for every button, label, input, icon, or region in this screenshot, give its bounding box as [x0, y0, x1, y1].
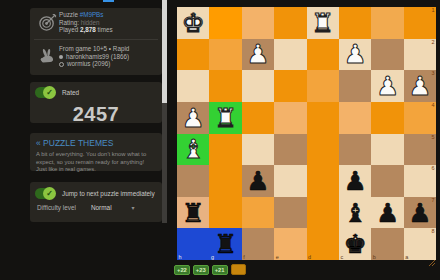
rank-coordinate: 1	[432, 7, 435, 13]
square-h8[interactable]: h	[177, 228, 209, 260]
themes-title: PUZZLE THEMES	[43, 138, 113, 148]
square-h1[interactable]: ♚	[177, 7, 209, 39]
source-game-row: From game 10+5 • Rapid haronkhamis99 (18…	[30, 42, 162, 71]
file-coordinate: a	[405, 254, 408, 260]
square-e4[interactable]	[274, 102, 306, 134]
jump-next-toggle[interactable]: ✓	[35, 188, 55, 199]
difficulty-label: Difficulty level	[37, 204, 76, 211]
chess-board: ♚♜1♟♟2♟♟3♟♜4♝5♟♟6♜♝♟♟7h♜gfed♚cb8a	[177, 7, 436, 260]
square-b1[interactable]	[371, 7, 403, 39]
themes-panel: « PUZZLE THEMES A bit of everything. You…	[30, 133, 162, 171]
puzzle-id-line: Puzzle #M9PBs	[59, 11, 113, 19]
rank-coordinate: 2	[432, 39, 435, 45]
session-result-chip[interactable]: +21	[212, 265, 228, 275]
rated-toggle[interactable]: ✓	[35, 87, 55, 98]
rated-toggle-knob: ✓	[43, 86, 56, 99]
piece-white-bishop: ♝	[177, 134, 209, 166]
square-h2[interactable]	[177, 39, 209, 71]
puzzle-label: Puzzle	[59, 11, 78, 18]
white-player-name: haronkhamis99 (1866)	[66, 53, 129, 60]
square-d5[interactable]	[307, 134, 339, 166]
player-white-line[interactable]: haronkhamis99 (1866)	[59, 53, 129, 61]
player-black-line[interactable]: wormius (2096)	[59, 60, 129, 68]
file-coordinate: g	[211, 254, 214, 260]
piece-black-pawn: ♟	[242, 165, 274, 197]
file-coordinate: h	[179, 254, 182, 260]
piece-white-king: ♚	[177, 7, 209, 39]
puzzle-session-bar: +22+23+21	[174, 264, 246, 275]
square-g8[interactable]: ♜g	[209, 228, 241, 260]
rating-label: Rating:	[59, 19, 79, 26]
rank-coordinate: 7	[432, 197, 435, 203]
puzzle-meta-row: Puzzle #M9PBs Rating: hidden Played 2,87…	[30, 8, 162, 37]
from-game-line[interactable]: From game 10+5 • Rapid	[59, 45, 129, 53]
square-e8[interactable]: e	[274, 228, 306, 260]
square-e2[interactable]	[274, 39, 306, 71]
square-b4[interactable]	[371, 102, 403, 134]
square-d3[interactable]	[307, 70, 339, 102]
panel-divider	[34, 39, 158, 40]
square-f8[interactable]: f	[242, 228, 274, 260]
square-f7[interactable]	[242, 197, 274, 229]
black-player-dot-icon	[59, 62, 64, 67]
played-prefix: Played	[59, 26, 78, 33]
rank-coordinate: 6	[432, 165, 435, 171]
rank-coordinate: 8	[432, 228, 435, 234]
square-b7[interactable]: ♟	[371, 197, 403, 229]
black-player-name: wormius (2096)	[67, 60, 110, 67]
file-coordinate: f	[243, 254, 245, 260]
square-a6[interactable]: 6	[404, 165, 436, 197]
puzzle-id-link[interactable]: #M9PBs	[80, 11, 104, 18]
file-coordinate: c	[340, 254, 343, 260]
square-d2[interactable]	[307, 39, 339, 71]
square-g6[interactable]	[209, 165, 241, 197]
square-c5[interactable]	[339, 134, 371, 166]
square-b5[interactable]	[371, 134, 403, 166]
square-a5[interactable]: 5	[404, 134, 436, 166]
square-d7[interactable]	[307, 197, 339, 229]
file-coordinate: d	[308, 254, 311, 260]
piece-white-pawn: ♟	[242, 39, 274, 71]
square-c1[interactable]	[339, 7, 371, 39]
rank-coordinate: 3	[432, 70, 435, 76]
square-e1[interactable]	[274, 7, 306, 39]
puzzle-played-line: Played 2,878 times	[59, 26, 113, 34]
square-g1[interactable]	[209, 7, 241, 39]
jump-next-label: Jump to next puzzle immediately	[62, 190, 155, 197]
rank-coordinate: 4	[432, 102, 435, 108]
chevron-down-icon: ▾	[132, 204, 135, 211]
themes-header[interactable]: « PUZZLE THEMES	[30, 133, 162, 148]
check-icon: ✓	[46, 88, 53, 97]
played-suffix: times	[98, 26, 113, 33]
piece-white-rook: ♜	[209, 102, 241, 134]
user-puzzle-rating: 2457	[30, 103, 162, 126]
square-f3[interactable]	[242, 70, 274, 102]
square-a1[interactable]: 1	[404, 7, 436, 39]
square-c7[interactable]: ♝	[339, 197, 371, 229]
square-a7[interactable]: ♟7	[404, 197, 436, 229]
played-count: 2,878	[80, 26, 96, 33]
piece-black-rook: ♜	[209, 228, 241, 260]
piece-white-pawn: ♟	[339, 39, 371, 71]
square-b3[interactable]: ♟	[371, 70, 403, 102]
square-h6[interactable]	[177, 165, 209, 197]
rank-coordinate: 5	[432, 134, 435, 140]
puzzle-info-panel: Puzzle #M9PBs Rating: hidden Played 2,87…	[30, 8, 162, 75]
rated-label: Rated	[62, 89, 79, 96]
piece-white-rook: ♜	[307, 7, 339, 39]
piece-white-pawn: ♟	[177, 102, 209, 134]
square-b2[interactable]	[371, 39, 403, 71]
square-a4[interactable]: 4	[404, 102, 436, 134]
square-f6[interactable]: ♟	[242, 165, 274, 197]
square-a3[interactable]: ♟3	[404, 70, 436, 102]
rating-panel: ✓ Rated 2457	[30, 82, 162, 123]
piece-black-bishop: ♝	[339, 197, 371, 229]
session-result-chip[interactable]: +22	[174, 265, 190, 275]
difficulty-select[interactable]: Normal	[91, 204, 112, 211]
square-b6[interactable]	[371, 165, 403, 197]
piece-white-pawn: ♟	[371, 70, 403, 102]
square-g5[interactable]	[209, 134, 241, 166]
file-coordinate: e	[276, 254, 279, 260]
square-d1[interactable]: ♜	[307, 7, 339, 39]
square-c6[interactable]: ♟	[339, 165, 371, 197]
settings-panel: ✓ Jump to next puzzle immediately Diffic…	[30, 182, 162, 222]
file-coordinate: b	[373, 254, 376, 260]
square-b8[interactable]: b	[371, 228, 403, 260]
square-g2[interactable]	[209, 39, 241, 71]
square-h5[interactable]: ♝	[177, 134, 209, 166]
square-g3[interactable]	[209, 70, 241, 102]
rating-value: hidden	[81, 19, 100, 26]
rapid-rabbit-icon	[35, 48, 59, 65]
white-player-dot-icon	[59, 55, 63, 59]
square-h4[interactable]: ♟	[177, 102, 209, 134]
square-d4[interactable]	[307, 102, 339, 134]
jump-next-toggle-knob: ✓	[43, 187, 56, 200]
square-h7[interactable]: ♜	[177, 197, 209, 229]
puzzle-target-icon	[35, 13, 59, 32]
square-e6[interactable]	[274, 165, 306, 197]
square-d8[interactable]: d	[307, 228, 339, 260]
square-c3[interactable]	[339, 70, 371, 102]
piece-black-pawn: ♟	[339, 165, 371, 197]
themes-description: A bit of everything. You don't know what…	[30, 148, 162, 178]
back-chevron-icon: «	[36, 138, 41, 148]
square-g7[interactable]	[209, 197, 241, 229]
square-d6[interactable]	[307, 165, 339, 197]
square-f4[interactable]	[242, 102, 274, 134]
header-accent-sliver	[103, 0, 114, 2]
square-f5[interactable]	[242, 134, 274, 166]
square-c2[interactable]: ♟	[339, 39, 371, 71]
square-e3[interactable]	[274, 70, 306, 102]
square-c4[interactable]	[339, 102, 371, 134]
square-c8[interactable]: ♚c	[339, 228, 371, 260]
square-g4[interactable]: ♜	[209, 102, 241, 134]
puzzle-rating-line: Rating: hidden	[59, 19, 113, 27]
check-icon: ✓	[46, 189, 53, 198]
session-current-puzzle-chip[interactable]	[231, 264, 246, 275]
session-result-chip[interactable]: +23	[193, 265, 209, 275]
square-a2[interactable]: 2	[404, 39, 436, 71]
square-f2[interactable]: ♟	[242, 39, 274, 71]
piece-black-king: ♚	[339, 228, 371, 260]
piece-black-rook: ♜	[177, 197, 209, 229]
lichess-puzzle-app: Puzzle #M9PBs Rating: hidden Played 2,87…	[0, 0, 440, 280]
square-e5[interactable]	[274, 134, 306, 166]
square-h3[interactable]	[177, 70, 209, 102]
square-e7[interactable]	[274, 197, 306, 229]
square-a8[interactable]: 8a	[404, 228, 436, 260]
piece-black-pawn: ♟	[371, 197, 403, 229]
board-resize-grip[interactable]	[428, 252, 435, 259]
square-f1[interactable]	[242, 7, 274, 39]
scrollbar-thumb[interactable]	[162, 0, 167, 103]
